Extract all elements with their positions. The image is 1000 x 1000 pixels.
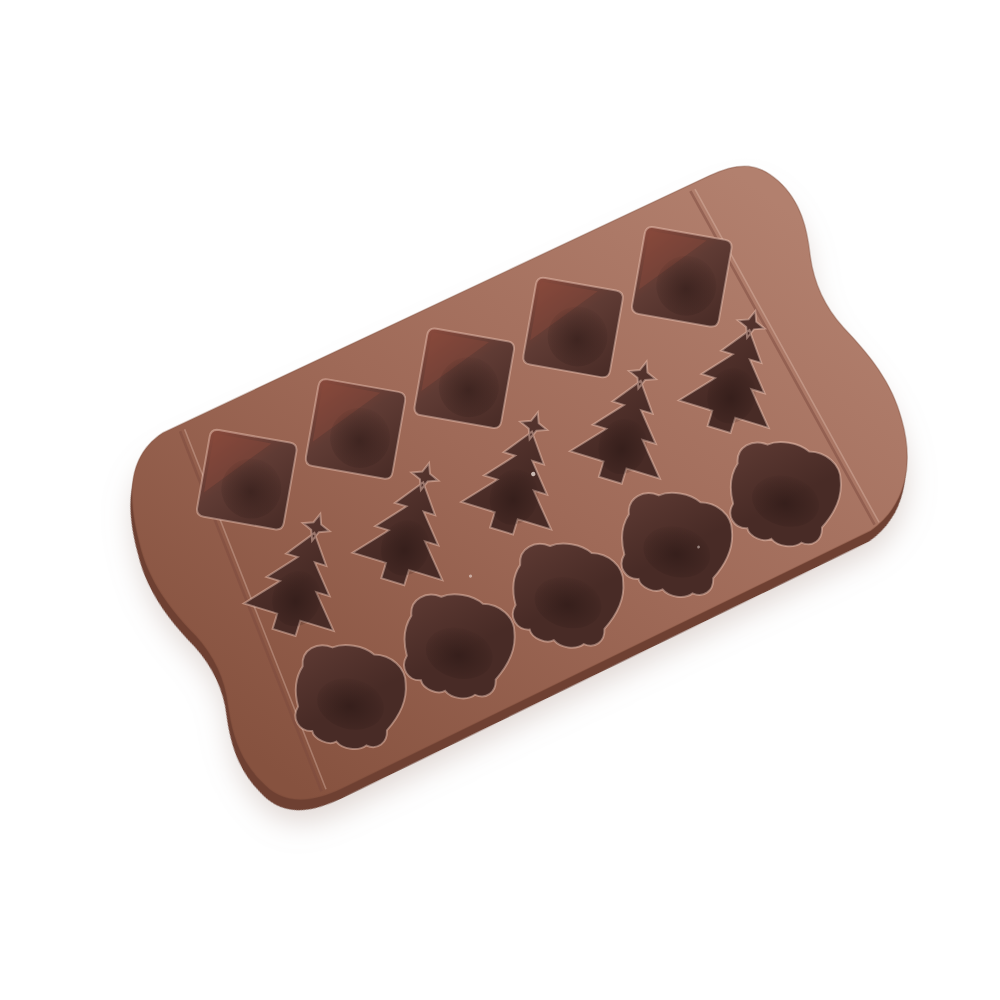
cavity-gift-square: [413, 327, 515, 429]
cavity-gift-square: [305, 378, 407, 480]
photo-stage: Brown silicone chocolate mould with 15 c…: [0, 0, 1000, 1000]
cavity-gift-square: [522, 277, 624, 379]
cavity-gift-square: [631, 226, 733, 328]
chocolate-mold-photo: Brown silicone chocolate mould with 15 c…: [0, 0, 1000, 1000]
chocolate-mold-tray: [92, 145, 949, 835]
cavity-gift-square: [196, 429, 298, 531]
